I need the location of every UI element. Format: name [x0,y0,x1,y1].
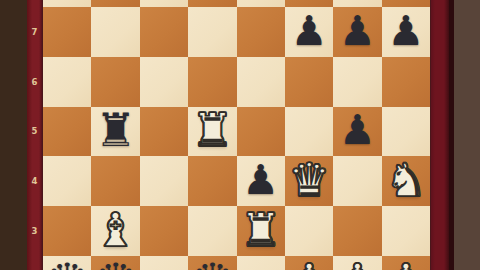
square-d3[interactable] [188,206,236,256]
square-g5[interactable]: ♟ [333,107,381,157]
square-d8[interactable] [188,0,236,7]
black-queen[interactable]: ♛ [192,257,233,270]
square-g4[interactable] [333,156,381,206]
square-h6[interactable] [382,57,430,107]
square-a4[interactable] [43,156,91,206]
square-b3[interactable]: ♝ [91,206,139,256]
square-g6[interactable] [333,57,381,107]
black-queen[interactable]: ♛ [47,257,88,270]
square-f2[interactable]: ♟ [285,256,333,270]
black-king[interactable]: ♚ [337,0,378,4]
square-a2[interactable]: ♛ [43,256,91,270]
square-d4[interactable] [188,156,236,206]
square-e6[interactable] [237,57,285,107]
square-a5[interactable] [43,107,91,157]
square-f4[interactable]: ♛ [285,156,333,206]
square-b4[interactable] [91,156,139,206]
square-f6[interactable] [285,57,333,107]
white-pawn[interactable]: ♟ [387,259,424,270]
black-pawn[interactable]: ♟ [339,110,376,151]
black-pawn[interactable]: ♟ [291,11,328,52]
black-bishop[interactable]: ♝ [143,0,184,4]
black-queen[interactable]: ♛ [95,257,136,270]
square-c3[interactable] [140,206,188,256]
square-h2[interactable]: ♟ [382,256,430,270]
white-pawn[interactable]: ♟ [339,259,376,270]
square-b8[interactable]: ♞ [91,0,139,7]
square-c6[interactable] [140,57,188,107]
square-c2[interactable] [140,256,188,270]
square-h4[interactable]: ♞ [382,156,430,206]
square-b7[interactable] [91,7,139,57]
square-e3[interactable]: ♜ [237,206,285,256]
square-g3[interactable] [333,206,381,256]
square-e4[interactable]: ♟ [237,156,285,206]
square-e7[interactable] [237,7,285,57]
square-d7[interactable] [188,7,236,57]
square-d5[interactable]: ♜ [188,107,236,157]
square-h7[interactable]: ♟ [382,7,430,57]
square-d2[interactable]: ♛ [188,256,236,270]
square-e5[interactable] [237,107,285,157]
board-frame-edge-shadow [449,0,454,270]
chess-board[interactable]: ♜♞♝♚♟♟♟♜♜♟♟♛♞♝♜♛♛♛♟♟♟ [42,0,431,270]
black-pawn[interactable]: ♟ [387,11,424,52]
square-a3[interactable] [43,206,91,256]
black-pawn[interactable]: ♟ [242,160,279,201]
square-f3[interactable] [285,206,333,256]
black-knight[interactable]: ♞ [95,0,136,4]
chess-app-viewport: ♜♞♝♚♟♟♟♜♜♟♟♛♞♝♜♛♛♛♟♟♟ 87654321 [0,0,480,270]
square-g2[interactable]: ♟ [333,256,381,270]
square-a7[interactable] [43,7,91,57]
rank-label-6: 6 [27,77,42,87]
square-b6[interactable] [91,57,139,107]
white-pawn[interactable]: ♟ [291,259,328,270]
square-c5[interactable] [140,107,188,157]
board-frame-right [429,0,449,270]
square-a6[interactable] [43,57,91,107]
square-b2[interactable]: ♛ [91,256,139,270]
background-wood-left [0,0,27,270]
square-g7[interactable]: ♟ [333,7,381,57]
square-c4[interactable] [140,156,188,206]
rank-label-3: 3 [27,226,42,236]
black-pawn[interactable]: ♟ [339,11,376,52]
white-rook[interactable]: ♜ [192,107,233,153]
rank-label-7: 7 [27,27,42,37]
square-h5[interactable] [382,107,430,157]
black-rook[interactable]: ♜ [95,107,136,153]
white-knight[interactable]: ♞ [385,157,426,203]
rank-label-4: 4 [27,176,42,186]
square-h3[interactable] [382,206,430,256]
square-c7[interactable] [140,7,188,57]
white-bishop[interactable]: ♝ [95,207,136,253]
white-queen[interactable]: ♛ [288,157,329,203]
square-a8[interactable]: ♜ [43,0,91,7]
background-wood-right [454,0,480,270]
black-rook[interactable]: ♜ [47,0,88,4]
square-c8[interactable]: ♝ [140,0,188,7]
square-f7[interactable]: ♟ [285,7,333,57]
white-rook[interactable]: ♜ [240,207,281,253]
square-e8[interactable] [237,0,285,7]
square-e2[interactable] [237,256,285,270]
square-b5[interactable]: ♜ [91,107,139,157]
rank-label-5: 5 [27,126,42,136]
square-f5[interactable] [285,107,333,157]
square-d6[interactable] [188,57,236,107]
